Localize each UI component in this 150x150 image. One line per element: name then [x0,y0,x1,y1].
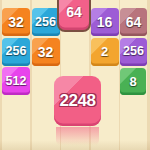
tile-8-r3c5[interactable]: 8 [120,68,146,95]
tile-256-r2c5[interactable]: 256 [120,38,147,66]
tile-256-r1c2[interactable]: 256 [32,8,60,36]
tile-32-r2c2[interactable]: 32 [32,38,60,66]
active-tile-64[interactable]: 64 [57,0,91,32]
tile-2-r2c4[interactable]: 2 [91,38,119,66]
tile-512-r3c1[interactable]: 512 [2,67,30,95]
tile-32-r1c1[interactable]: 32 [2,8,30,36]
tile-64-r1c5[interactable]: 64 [120,8,147,36]
big-tile-2248[interactable]: 2248 [54,76,101,126]
tile-16-r1c4[interactable]: 16 [91,8,119,36]
tile-256-r2c1[interactable]: 256 [2,38,30,66]
bottom-shadow [0,140,150,150]
game-board: 32 256 16 64 256 32 2 256 512 8 64 2248 [0,0,150,150]
